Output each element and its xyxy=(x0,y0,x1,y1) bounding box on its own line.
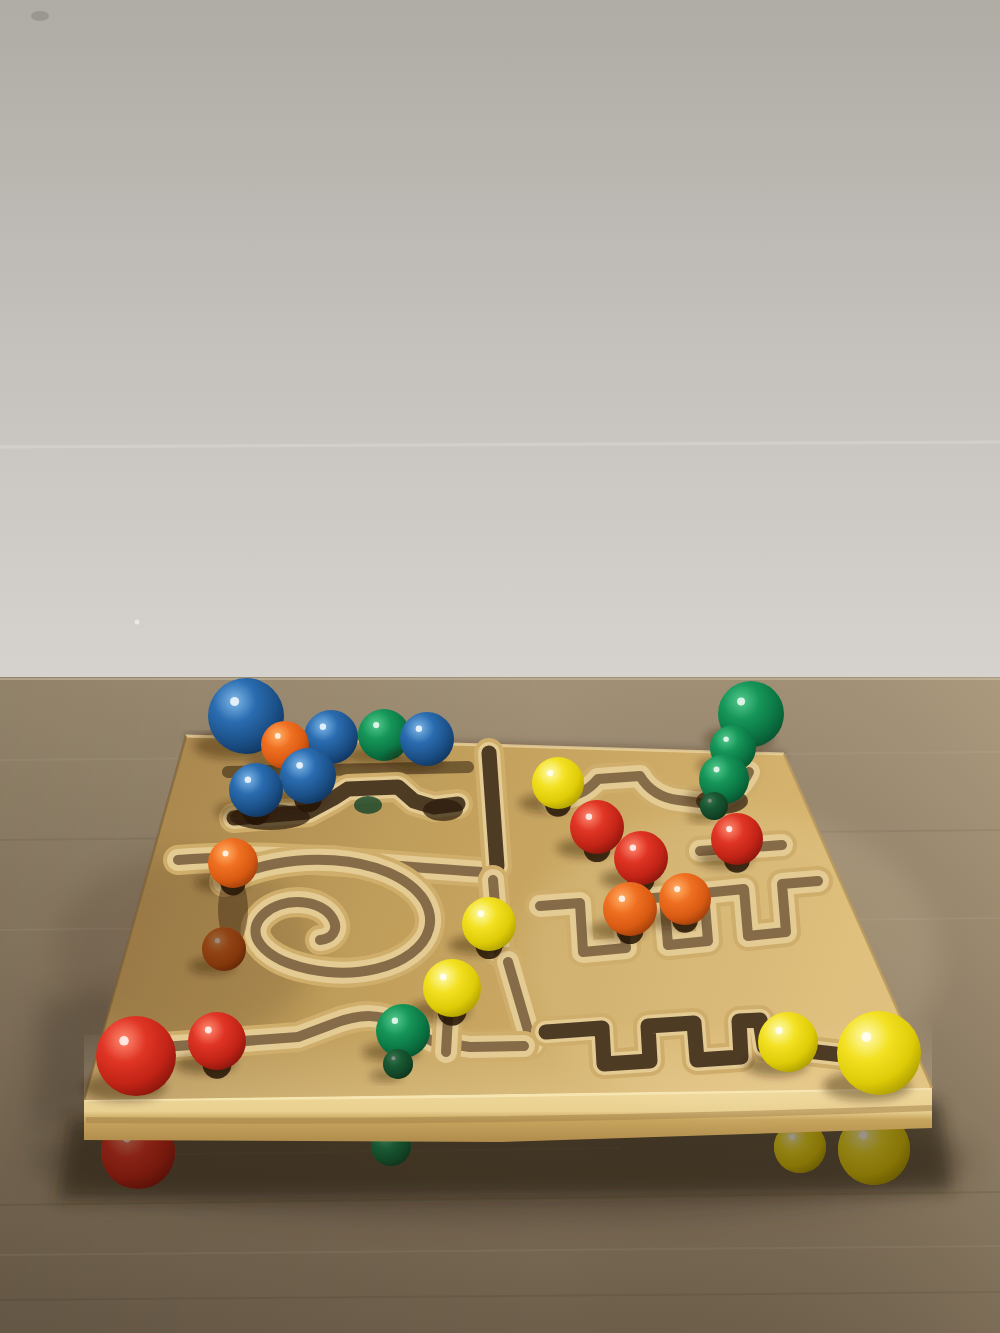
ball-specular xyxy=(320,724,326,730)
ball-specular xyxy=(714,767,720,773)
ball-specular xyxy=(440,974,447,981)
photo-scene xyxy=(0,0,1000,1333)
ball-specular xyxy=(737,698,745,706)
ball-specular xyxy=(630,845,636,851)
maze-photo xyxy=(0,0,1000,1333)
ball-specular xyxy=(775,1027,782,1034)
wall-speck xyxy=(135,620,140,625)
ball-specular xyxy=(245,777,251,783)
ball-specular xyxy=(373,722,379,728)
ball-specular xyxy=(723,737,729,743)
ball-specular xyxy=(861,1032,871,1042)
ball-specular xyxy=(478,911,484,917)
ball-specular xyxy=(230,697,239,706)
ball-specular xyxy=(547,770,553,776)
wall xyxy=(0,0,1000,678)
wall-smudge xyxy=(31,11,49,21)
ball-shade-overlay xyxy=(202,927,246,971)
ball-specular xyxy=(119,1036,129,1046)
ball-specular xyxy=(205,1027,212,1034)
ball-specular xyxy=(296,762,303,769)
ball-specular xyxy=(275,733,281,739)
ball-specular xyxy=(619,896,625,902)
ball-shade-overlay xyxy=(383,1049,413,1079)
ball-specular xyxy=(416,726,422,732)
ball-specular xyxy=(392,1018,398,1024)
ball-specular xyxy=(726,826,732,832)
ball-shade-overlay xyxy=(700,792,728,820)
ball-specular xyxy=(586,814,592,820)
ball-specular xyxy=(674,886,680,892)
ball-specular xyxy=(223,851,229,857)
